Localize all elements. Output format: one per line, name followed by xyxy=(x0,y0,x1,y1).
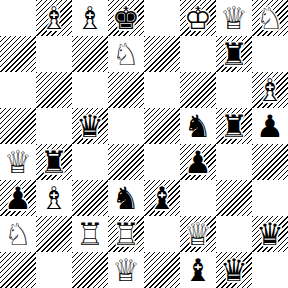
piece-white-bishop-fill: ♝ xyxy=(72,0,108,36)
square-d8[interactable]: ♚ xyxy=(108,0,144,36)
square-d3[interactable]: ♞ xyxy=(108,180,144,216)
square-e4[interactable] xyxy=(144,144,180,180)
piece-white-king: ♔ xyxy=(180,0,216,36)
square-h8[interactable]: ♞♘ xyxy=(252,0,288,36)
square-e5[interactable] xyxy=(144,108,180,144)
piece-black-bishop: ♝ xyxy=(180,252,216,288)
piece-white-queen: ♕ xyxy=(0,144,36,180)
piece-white-rook-fill: ♜ xyxy=(72,216,108,252)
piece-white-bishop: ♗ xyxy=(36,180,72,216)
piece-white-rook-fill: ♜ xyxy=(108,216,144,252)
piece-black-pawn: ♟ xyxy=(252,108,288,144)
square-h7[interactable] xyxy=(252,36,288,72)
piece-white-bishop-fill: ♝ xyxy=(36,0,72,36)
piece-black-knight: ♞ xyxy=(108,180,144,216)
square-e6[interactable] xyxy=(144,72,180,108)
piece-white-rook: ♖ xyxy=(72,216,108,252)
square-f7[interactable] xyxy=(180,36,216,72)
piece-black-pawn: ♟ xyxy=(180,144,216,180)
square-d7[interactable]: ♞♘ xyxy=(108,36,144,72)
piece-black-queen: ♛ xyxy=(216,252,252,288)
square-g8[interactable]: ♛♕ xyxy=(216,0,252,36)
square-c3[interactable] xyxy=(72,180,108,216)
piece-black-bishop: ♝ xyxy=(144,180,180,216)
square-b6[interactable] xyxy=(36,72,72,108)
square-g2[interactable] xyxy=(216,216,252,252)
piece-white-queen-fill: ♛ xyxy=(108,252,144,288)
square-g4[interactable] xyxy=(216,144,252,180)
square-h2[interactable]: ♛ xyxy=(252,216,288,252)
piece-white-bishop: ♗ xyxy=(252,72,288,108)
square-g1[interactable]: ♛ xyxy=(216,252,252,288)
chess-board: ♝♗♝♗♚♚♔♛♕♞♘♞♘♜♝♗♛♞♜♟♛♕♜♟♟♝♗♞♝♞♘♜♖♜♖♛♕♛♛♕… xyxy=(0,0,288,288)
square-f4[interactable]: ♟ xyxy=(180,144,216,180)
square-a8[interactable] xyxy=(0,0,36,36)
square-d2[interactable]: ♜♖ xyxy=(108,216,144,252)
square-f8[interactable]: ♚♔ xyxy=(180,0,216,36)
square-f2[interactable]: ♛♕ xyxy=(180,216,216,252)
piece-black-rook: ♜ xyxy=(36,144,72,180)
piece-black-king: ♚ xyxy=(108,0,144,36)
square-f6[interactable] xyxy=(180,72,216,108)
square-g3[interactable] xyxy=(216,180,252,216)
piece-white-king-fill: ♚ xyxy=(180,0,216,36)
square-b8[interactable]: ♝♗ xyxy=(36,0,72,36)
piece-white-knight: ♘ xyxy=(252,0,288,36)
square-e7[interactable] xyxy=(144,36,180,72)
square-c5[interactable]: ♛ xyxy=(72,108,108,144)
square-a6[interactable] xyxy=(0,72,36,108)
square-a7[interactable] xyxy=(0,36,36,72)
square-d1[interactable]: ♛♕ xyxy=(108,252,144,288)
square-d4[interactable] xyxy=(108,144,144,180)
square-a3[interactable]: ♟ xyxy=(0,180,36,216)
square-c6[interactable] xyxy=(72,72,108,108)
piece-white-knight: ♘ xyxy=(0,216,36,252)
square-g5[interactable]: ♜ xyxy=(216,108,252,144)
piece-white-bishop-fill: ♝ xyxy=(252,72,288,108)
square-h5[interactable]: ♟ xyxy=(252,108,288,144)
square-f3[interactable] xyxy=(180,180,216,216)
square-h4[interactable] xyxy=(252,144,288,180)
piece-white-knight-fill: ♞ xyxy=(108,36,144,72)
square-g7[interactable]: ♜ xyxy=(216,36,252,72)
piece-white-queen: ♕ xyxy=(108,252,144,288)
piece-white-queen-fill: ♛ xyxy=(216,0,252,36)
square-b5[interactable] xyxy=(36,108,72,144)
square-g6[interactable] xyxy=(216,72,252,108)
piece-white-rook: ♖ xyxy=(108,216,144,252)
square-b4[interactable]: ♜ xyxy=(36,144,72,180)
piece-white-queen: ♕ xyxy=(180,216,216,252)
square-a2[interactable]: ♞♘ xyxy=(0,216,36,252)
square-h6[interactable]: ♝♗ xyxy=(252,72,288,108)
square-c2[interactable]: ♜♖ xyxy=(72,216,108,252)
piece-white-bishop: ♗ xyxy=(72,0,108,36)
square-a1[interactable] xyxy=(0,252,36,288)
piece-white-bishop: ♗ xyxy=(36,0,72,36)
piece-white-knight-fill: ♞ xyxy=(252,0,288,36)
square-b1[interactable] xyxy=(36,252,72,288)
square-b7[interactable] xyxy=(36,36,72,72)
square-a4[interactable]: ♛♕ xyxy=(0,144,36,180)
square-h1[interactable] xyxy=(252,252,288,288)
piece-white-queen-fill: ♛ xyxy=(0,144,36,180)
square-f1[interactable]: ♝ xyxy=(180,252,216,288)
piece-black-queen: ♛ xyxy=(72,108,108,144)
square-d5[interactable] xyxy=(108,108,144,144)
square-b2[interactable] xyxy=(36,216,72,252)
square-c1[interactable] xyxy=(72,252,108,288)
square-d6[interactable] xyxy=(108,72,144,108)
square-c4[interactable] xyxy=(72,144,108,180)
piece-white-knight: ♘ xyxy=(108,36,144,72)
square-f5[interactable]: ♞ xyxy=(180,108,216,144)
square-e1[interactable] xyxy=(144,252,180,288)
piece-black-knight: ♞ xyxy=(180,108,216,144)
piece-black-rook: ♜ xyxy=(216,108,252,144)
square-e2[interactable] xyxy=(144,216,180,252)
piece-white-queen: ♕ xyxy=(216,0,252,36)
square-a5[interactable] xyxy=(0,108,36,144)
square-b3[interactable]: ♝♗ xyxy=(36,180,72,216)
piece-white-bishop-fill: ♝ xyxy=(36,180,72,216)
piece-black-rook: ♜ xyxy=(216,36,252,72)
square-e3[interactable]: ♝ xyxy=(144,180,180,216)
piece-black-pawn: ♟ xyxy=(0,180,36,216)
piece-white-knight-fill: ♞ xyxy=(0,216,36,252)
square-h3[interactable] xyxy=(252,180,288,216)
piece-white-queen-fill: ♛ xyxy=(180,216,216,252)
square-e8[interactable] xyxy=(144,0,180,36)
square-c7[interactable] xyxy=(72,36,108,72)
piece-black-queen: ♛ xyxy=(252,216,288,252)
square-c8[interactable]: ♝♗ xyxy=(72,0,108,36)
